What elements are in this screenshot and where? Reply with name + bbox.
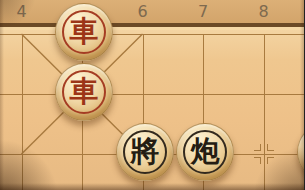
piece-red-chariot[interactable]: 車 bbox=[55, 3, 113, 61]
xiangqi-board: 4678 車車將炮 bbox=[0, 0, 304, 190]
board-border-highlight bbox=[0, 27, 304, 30]
column-label-7: 7 bbox=[198, 2, 208, 21]
piece-ring: 炮 bbox=[183, 130, 227, 174]
board-cell bbox=[0, 94, 22, 154]
marker-bracket-br bbox=[267, 157, 274, 164]
column-label-4: 4 bbox=[16, 2, 26, 21]
board-cell bbox=[0, 154, 22, 190]
piece-black-cannon[interactable]: 炮 bbox=[176, 123, 234, 181]
cannon-point-marker bbox=[253, 143, 275, 165]
board-cell bbox=[203, 34, 264, 94]
piece-ring: 車 bbox=[62, 10, 106, 54]
piece-glyph: 車 bbox=[70, 17, 99, 46]
piece-glyph: 車 bbox=[70, 77, 99, 106]
piece-glyph: 將 bbox=[130, 137, 159, 166]
piece-red-chariot[interactable]: 車 bbox=[55, 63, 113, 121]
piece-ring: 將 bbox=[123, 130, 167, 174]
piece-ring: 車 bbox=[62, 70, 106, 114]
piece-black-general[interactable]: 將 bbox=[116, 123, 174, 181]
marker-bracket-bl bbox=[254, 157, 261, 164]
board-cell bbox=[0, 34, 22, 94]
marker-bracket-tl bbox=[254, 144, 261, 151]
column-label-6: 6 bbox=[137, 2, 147, 21]
board-cell bbox=[143, 34, 204, 94]
board-cell bbox=[264, 34, 305, 94]
piece-glyph: 炮 bbox=[191, 137, 220, 166]
column-label-8: 8 bbox=[258, 2, 268, 21]
marker-bracket-tr bbox=[267, 144, 274, 151]
board-cell bbox=[22, 154, 83, 190]
